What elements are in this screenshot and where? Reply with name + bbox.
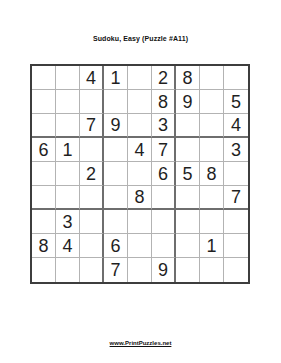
cell-r6c2 <box>56 186 80 210</box>
cell-r8c7 <box>176 234 200 258</box>
cell-r3c3: 7 <box>80 114 104 138</box>
cell-r9c3 <box>80 258 104 282</box>
cell-r7c3 <box>80 210 104 234</box>
cell-r1c9 <box>224 66 248 90</box>
cell-r8c6 <box>152 234 176 258</box>
cell-r9c2 <box>56 258 80 282</box>
cell-r6c7 <box>176 186 200 210</box>
cell-r1c7: 8 <box>176 66 200 90</box>
cell-r5c4 <box>104 162 128 186</box>
cell-r7c4 <box>104 210 128 234</box>
cell-r3c5 <box>128 114 152 138</box>
cell-r2c5 <box>128 90 152 114</box>
cell-r3c6: 3 <box>152 114 176 138</box>
cell-r2c1 <box>32 90 56 114</box>
cell-r6c1 <box>32 186 56 210</box>
cell-r8c8: 1 <box>200 234 224 258</box>
cell-r8c1: 8 <box>32 234 56 258</box>
cell-r3c8 <box>200 114 224 138</box>
cell-r4c3 <box>80 138 104 162</box>
cell-r7c6 <box>152 210 176 234</box>
cell-r1c6: 2 <box>152 66 176 90</box>
cell-r9c1 <box>32 258 56 282</box>
cell-r4c8 <box>200 138 224 162</box>
cell-r6c6 <box>152 186 176 210</box>
cell-r8c9 <box>224 234 248 258</box>
cell-r3c1 <box>32 114 56 138</box>
cell-r9c7 <box>176 258 200 282</box>
cell-r2c3 <box>80 90 104 114</box>
cell-r1c4: 1 <box>104 66 128 90</box>
cell-r6c5: 8 <box>128 186 152 210</box>
cell-r9c9 <box>224 258 248 282</box>
cell-r7c8 <box>200 210 224 234</box>
cell-r5c6: 6 <box>152 162 176 186</box>
cell-r5c9 <box>224 162 248 186</box>
cell-r7c5 <box>128 210 152 234</box>
cell-r2c4 <box>104 90 128 114</box>
cell-r7c2: 3 <box>56 210 80 234</box>
cell-r8c5 <box>128 234 152 258</box>
cell-r3c2 <box>56 114 80 138</box>
cell-r1c8 <box>200 66 224 90</box>
cell-r3c4: 9 <box>104 114 128 138</box>
cell-r6c8 <box>200 186 224 210</box>
cell-r5c7: 5 <box>176 162 200 186</box>
cell-r8c3 <box>80 234 104 258</box>
cell-r6c4 <box>104 186 128 210</box>
cell-r4c9: 3 <box>224 138 248 162</box>
cell-r4c5: 4 <box>128 138 152 162</box>
footer-url-link[interactable]: www.PrintPuzzles.net <box>0 340 281 346</box>
cell-r2c9: 5 <box>224 90 248 114</box>
cell-r7c9 <box>224 210 248 234</box>
sudoku-page: Sudoku, Easy (Puzzle #A11) 4128895793461… <box>0 0 281 363</box>
cell-r5c2 <box>56 162 80 186</box>
cell-r4c1: 6 <box>32 138 56 162</box>
cell-r9c8 <box>200 258 224 282</box>
cell-r5c3: 2 <box>80 162 104 186</box>
puzzle-title: Sudoku, Easy (Puzzle #A11) <box>0 35 281 42</box>
cell-r4c4 <box>104 138 128 162</box>
cell-r2c2 <box>56 90 80 114</box>
cell-r9c4: 7 <box>104 258 128 282</box>
sudoku-board: 41288957934614732658873846179 <box>30 64 250 284</box>
cell-r6c3 <box>80 186 104 210</box>
cell-r3c9: 4 <box>224 114 248 138</box>
cell-r4c6: 7 <box>152 138 176 162</box>
cell-r7c1 <box>32 210 56 234</box>
cell-r3c7 <box>176 114 200 138</box>
cell-r1c2 <box>56 66 80 90</box>
cell-r8c4: 6 <box>104 234 128 258</box>
cell-r4c7 <box>176 138 200 162</box>
cell-r2c6: 8 <box>152 90 176 114</box>
cell-r1c1 <box>32 66 56 90</box>
cell-r7c7 <box>176 210 200 234</box>
cell-r9c6: 9 <box>152 258 176 282</box>
cell-r9c5 <box>128 258 152 282</box>
cell-r1c3: 4 <box>80 66 104 90</box>
cell-r8c2: 4 <box>56 234 80 258</box>
cell-r2c7: 9 <box>176 90 200 114</box>
cell-r5c8: 8 <box>200 162 224 186</box>
cell-r5c1 <box>32 162 56 186</box>
cell-r6c9: 7 <box>224 186 248 210</box>
cell-r5c5 <box>128 162 152 186</box>
cell-r1c5 <box>128 66 152 90</box>
cell-r4c2: 1 <box>56 138 80 162</box>
cell-r2c8 <box>200 90 224 114</box>
